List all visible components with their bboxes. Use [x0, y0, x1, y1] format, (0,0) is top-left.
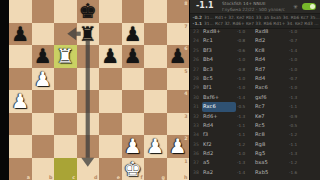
square-g3[interactable] [144, 113, 167, 136]
app-window: ♚8♟♜♟7♟♜♟♟6♟♟5♟43♟♟2♟abcdef♚g1h -1.1 Sto… [0, 0, 320, 180]
square-c8[interactable] [54, 0, 77, 23]
square-h6[interactable]: 6♟ [167, 45, 190, 68]
black-pawn-h6[interactable]: ♟ [167, 45, 190, 68]
white-move-38[interactable]: Ra2 [202, 168, 236, 177]
move-number: 28 [190, 74, 202, 83]
white-move-34[interactable]: f3 [202, 130, 236, 139]
white-move-32[interactable]: Rd6+ [202, 112, 236, 121]
black-move-26[interactable]: Rd4 [254, 55, 288, 64]
move-number: 24 [190, 36, 202, 45]
chess-board[interactable]: ♚8♟♜♟7♟♜♟♟6♟♟5♟43♟♟2♟abcdef♚g1h [9, 0, 189, 180]
square-g8[interactable] [144, 0, 167, 23]
black-move-24[interactable]: Rd2 [254, 36, 288, 45]
toggle-knob [310, 4, 315, 9]
square-d4[interactable] [77, 90, 100, 113]
white-eval-27: -0.8 [236, 65, 254, 74]
white-pawn-f2[interactable]: ♟ [122, 135, 145, 158]
black-move-35[interactable]: Rg8 [254, 140, 288, 149]
black-eval-34: -1.2 [288, 130, 306, 139]
square-e5[interactable] [99, 68, 122, 91]
white-move-35[interactable]: Kf2 [202, 140, 236, 149]
square-f3[interactable] [122, 113, 145, 136]
square-d5[interactable] [77, 68, 100, 91]
square-a4[interactable]: ♟ [9, 90, 32, 113]
rank-label-8: 8 [184, 1, 187, 6]
black-eval-38: -1.6 [288, 168, 306, 177]
square-a7[interactable]: ♟ [9, 23, 32, 46]
white-eval-35: -1.2 [236, 140, 254, 149]
black-pawn-f6[interactable]: ♟ [122, 45, 145, 68]
file-label-h: h [184, 175, 187, 180]
black-eval-31: -1.1 [288, 102, 306, 111]
square-b7[interactable] [32, 23, 55, 46]
white-pawn-b5[interactable]: ♟ [32, 68, 55, 91]
square-c4[interactable] [54, 90, 77, 113]
move-row-23: 23Rxd8+-1.0Rxd8-1.0 [190, 27, 320, 36]
square-f7[interactable]: ♟ [122, 23, 145, 46]
move-row-37: 37a5-1.3bxa5-1.2 [190, 158, 320, 167]
move-number: 32 [190, 112, 202, 121]
black-eval-28: -0.7 [288, 74, 306, 83]
white-pawn-g2[interactable]: ♟ [144, 135, 167, 158]
white-eval-29: -1.0 [236, 83, 254, 92]
white-move-37[interactable]: a5 [202, 158, 236, 167]
square-f5[interactable] [122, 68, 145, 91]
black-move-28[interactable]: Rd4 [254, 74, 288, 83]
black-move-25[interactable]: Kc8 [254, 46, 288, 55]
square-b5[interactable]: ♟ [32, 68, 55, 91]
square-e7[interactable] [99, 23, 122, 46]
move-number: 33 [190, 121, 202, 130]
black-move-27[interactable]: Rd7 [254, 65, 288, 74]
eval-score: -1.1 [196, 1, 214, 10]
white-eval-25: -0.6 [236, 46, 254, 55]
square-f2[interactable]: ♟ [122, 135, 145, 158]
rank-label-4: 4 [184, 91, 187, 96]
move-row-25: 25Bf3-0.6Kc8-1.4 [190, 46, 320, 55]
move-row-34: 34f3-1.1Rc8-1.2 [190, 130, 320, 139]
move-number: 38 [190, 168, 202, 177]
engine-toggle[interactable] [302, 3, 316, 10]
square-c5[interactable] [54, 68, 77, 91]
engine-meta: Stockfish 14+ NNUE Глубина 22/22 · 500 у… [222, 1, 294, 12]
white-king-f1[interactable]: ♚ [122, 158, 145, 181]
analysis-panel: -1.1 Stockfish 14+ NNUE Глубина 22/22 · … [190, 0, 320, 180]
move-row-27: 27Bc3-0.8Rd7-1.0 [190, 65, 320, 74]
square-b4[interactable] [32, 90, 55, 113]
square-b3[interactable] [32, 113, 55, 136]
square-h8[interactable]: 8 [167, 0, 190, 23]
square-e8[interactable] [99, 0, 122, 23]
black-move-37[interactable]: bxa5 [254, 158, 288, 167]
square-a8[interactable] [9, 0, 32, 23]
square-a3[interactable] [9, 113, 32, 136]
black-move-32[interactable]: Ke7 [254, 112, 288, 121]
white-eval-30: -1.4 [236, 93, 254, 102]
black-eval-29: -1.0 [288, 83, 306, 92]
white-move-27[interactable]: Bc3 [202, 65, 236, 74]
black-eval-27: -1.0 [288, 65, 306, 74]
square-d2[interactable] [77, 135, 100, 158]
white-move-31[interactable]: Rxc6 [202, 102, 236, 111]
square-a5[interactable] [9, 68, 32, 91]
file-label-d: d [94, 175, 97, 180]
white-eval-26: -1.0 [236, 55, 254, 64]
black-move-34[interactable]: Rc8 [254, 130, 288, 139]
square-a1[interactable]: a [9, 158, 32, 181]
move-number: 34 [190, 130, 202, 139]
white-move-29[interactable]: Bf1 [202, 83, 236, 92]
move-number: 35 [190, 140, 202, 149]
black-move-23[interactable]: Rxd8 [254, 27, 288, 36]
white-eval-36: -1.0 [236, 149, 254, 158]
square-e2[interactable] [99, 135, 122, 158]
move-row-32: 32Rd6+-1.3Ke7-0.9 [190, 112, 320, 121]
move-row-33: 33Rd4-1.1Rc5-0.5 [190, 121, 320, 130]
white-move-25[interactable]: Bf3 [202, 46, 236, 55]
white-eval-28: -1.0 [236, 74, 254, 83]
move-number: 36 [190, 149, 202, 158]
white-move-28[interactable]: Bc5 [202, 74, 236, 83]
black-move-36[interactable]: Rg5 [254, 149, 288, 158]
square-d6[interactable] [77, 45, 100, 68]
black-eval-25: -1.4 [288, 46, 306, 55]
settings-icon[interactable]: ✳ [293, 4, 298, 10]
black-move-31[interactable]: Rc7 [254, 102, 288, 111]
square-h1[interactable]: 1h [167, 158, 190, 181]
move-number: 31 [190, 102, 202, 111]
square-d8[interactable]: ♚ [77, 0, 100, 23]
black-eval-30: -1.3 [288, 93, 306, 102]
square-c7[interactable] [54, 23, 77, 46]
square-h5[interactable]: 5 [167, 68, 190, 91]
engine-depth-info: Глубина 22/22 · 500 узлов/с [222, 7, 294, 13]
black-eval-23: -1.0 [288, 27, 306, 36]
square-e1[interactable]: e [99, 158, 122, 181]
black-eval-26: -1.0 [288, 55, 306, 64]
move-number: 23 [190, 27, 202, 36]
white-eval-31: -0.5 [236, 102, 254, 111]
white-eval-23: -1.0 [236, 27, 254, 36]
white-move-26[interactable]: Bb4 [202, 55, 236, 64]
move-row-29: 29Bf1-1.0Rxc6-1.0 [190, 83, 320, 92]
black-pawn-b6[interactable]: ♟ [32, 45, 55, 68]
square-g4[interactable] [144, 90, 167, 113]
white-eval-32: -1.3 [236, 112, 254, 121]
move-row-35: 35Kf2-1.2Rg8-1.1 [190, 140, 320, 149]
black-eval-24: -0.7 [288, 36, 306, 45]
square-c2[interactable] [54, 135, 77, 158]
square-g5[interactable] [144, 68, 167, 91]
engine-header: -1.1 Stockfish 14+ NNUE Глубина 22/22 · … [190, 0, 320, 14]
square-d7[interactable]: ♜ [77, 23, 100, 46]
black-move-38[interactable]: Rxb5 [254, 168, 288, 177]
white-move-24[interactable]: Rc1 [202, 36, 236, 45]
rank-label-1: 1 [184, 159, 187, 164]
white-eval-24: -0.8 [236, 36, 254, 45]
black-move-33[interactable]: Rc5 [254, 121, 288, 130]
white-rook-c6[interactable]: ♜ [54, 45, 77, 68]
white-move-23[interactable]: Rxd8+ [202, 27, 236, 36]
black-pawn-e6[interactable]: ♟ [99, 45, 122, 68]
rank-label-3: 3 [184, 114, 187, 119]
square-b6[interactable]: ♟ [32, 45, 55, 68]
file-label-e: e [117, 175, 120, 180]
white-pawn-a4[interactable]: ♟ [9, 90, 32, 113]
square-d1[interactable]: d [77, 158, 100, 181]
square-c3[interactable] [54, 113, 77, 136]
move-row-31: 31Rxc6-0.5Rc7-1.1 [190, 102, 320, 111]
black-eval-33: -0.5 [288, 121, 306, 130]
black-eval-32: -0.9 [288, 112, 306, 121]
square-f8[interactable] [122, 0, 145, 23]
move-row-36: 36Rd2-1.0Rg5-1.3 [190, 149, 320, 158]
black-pawn-a7[interactable]: ♟ [9, 23, 32, 46]
rank-label-7: 7 [184, 24, 187, 29]
move-row-26: 26Bb4-1.0Rd4-1.0 [190, 55, 320, 64]
white-eval-33: -1.1 [236, 121, 254, 130]
square-h2[interactable]: 2♟ [167, 135, 190, 158]
square-b1[interactable]: b [32, 158, 55, 181]
file-label-a: a [27, 175, 30, 180]
square-g1[interactable]: g [144, 158, 167, 181]
black-move-29[interactable]: Rxc6 [254, 83, 288, 92]
move-row-28: 28Bc5-1.0Rd4-0.7 [190, 74, 320, 83]
black-eval-36: -1.3 [288, 149, 306, 158]
black-rook-d7[interactable]: ♜ [77, 23, 100, 46]
square-a6[interactable] [9, 45, 32, 68]
square-f1[interactable]: f♚ [122, 158, 145, 181]
square-c6[interactable]: ♜ [54, 45, 77, 68]
square-a2[interactable] [9, 135, 32, 158]
move-row-38: 38Ra2-1.4Rxb5-1.6 [190, 168, 320, 177]
square-e4[interactable] [99, 90, 122, 113]
square-f4[interactable] [122, 90, 145, 113]
square-h3[interactable]: 3 [167, 113, 190, 136]
square-e6[interactable]: ♟ [99, 45, 122, 68]
file-label-g: g [162, 175, 165, 180]
black-king-d8[interactable]: ♚ [77, 0, 100, 23]
move-number: 25 [190, 46, 202, 55]
white-eval-38: -1.4 [236, 168, 254, 177]
black-pawn-f7[interactable]: ♟ [122, 23, 145, 46]
square-h7[interactable]: 7 [167, 23, 190, 46]
move-row-24: 24Rc1-0.8Rd2-0.7 [190, 36, 320, 45]
move-row-30: 30Bxf6+-1.4gxf6-1.3 [190, 93, 320, 102]
move-number: 26 [190, 55, 202, 64]
square-d3[interactable] [77, 113, 100, 136]
move-list: 23Rxd8+-1.0Rxd8-1.024Rc1-0.8Rd2-0.725Bf3… [190, 27, 320, 180]
black-move-30[interactable]: gxf6 [254, 93, 288, 102]
square-g2[interactable]: ♟ [144, 135, 167, 158]
white-move-33[interactable]: Rd4 [202, 121, 236, 130]
square-h4[interactable]: 4 [167, 90, 190, 113]
square-b8[interactable] [32, 0, 55, 23]
black-eval-35: -1.1 [288, 140, 306, 149]
square-g7[interactable] [144, 23, 167, 46]
white-eval-34: -1.1 [236, 130, 254, 139]
file-label-c: c [72, 175, 75, 180]
rank-label-5: 5 [184, 69, 187, 74]
file-label-b: b [49, 175, 52, 180]
square-f6[interactable]: ♟ [122, 45, 145, 68]
move-number: 29 [190, 83, 202, 92]
move-number: 37 [190, 158, 202, 167]
white-move-30[interactable]: Bxf6+ [202, 93, 236, 102]
square-e3[interactable] [99, 113, 122, 136]
white-eval-37: -1.3 [236, 158, 254, 167]
white-move-36[interactable]: Rd2 [202, 149, 236, 158]
move-number: 27 [190, 65, 202, 74]
square-c1[interactable]: c [54, 158, 77, 181]
white-pawn-h2[interactable]: ♟ [167, 135, 190, 158]
move-number: 30 [190, 93, 202, 102]
square-g6[interactable] [144, 45, 167, 68]
square-b2[interactable] [32, 135, 55, 158]
black-eval-37: -1.2 [288, 158, 306, 167]
